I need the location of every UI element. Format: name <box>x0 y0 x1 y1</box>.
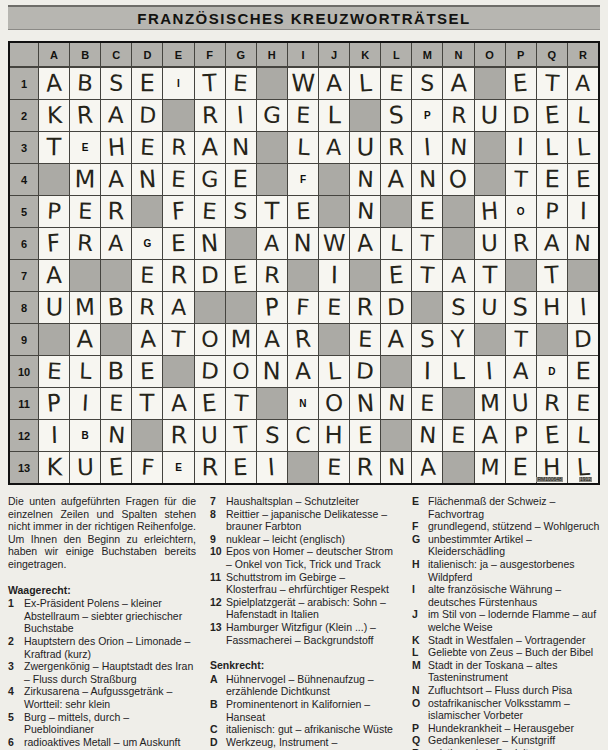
cell-R10[interactable]: E <box>568 356 598 387</box>
cell-Q11[interactable]: R <box>537 388 567 419</box>
clue-across-1: 1Ex-Präsident Polens – kleiner Abstellra… <box>8 597 196 635</box>
cell-H1-blocked <box>257 68 287 99</box>
cell-Q5[interactable]: P <box>537 196 567 227</box>
handwritten-letter-F7: D <box>200 264 218 287</box>
cell-F2[interactable]: R <box>195 100 225 131</box>
print-watermark: RM100648 1912 <box>536 477 592 482</box>
clue-down-Q: QGedankenleser – Kunstgriff <box>412 734 600 747</box>
cell-G2[interactable]: I <box>226 100 256 131</box>
cell-N10[interactable]: L <box>443 356 473 387</box>
cell-J12[interactable]: H <box>319 420 349 451</box>
cell-P10[interactable]: A <box>506 356 536 387</box>
cell-K4[interactable]: N <box>350 164 380 195</box>
row-header-10: 10 <box>10 356 38 387</box>
cell-H7[interactable]: R <box>257 260 287 291</box>
cell-F9[interactable]: O <box>195 324 225 355</box>
handwritten-letter-H10: N <box>263 359 281 383</box>
cell-L3[interactable]: R <box>381 132 411 163</box>
cell-M8-blocked <box>412 292 442 323</box>
cell-J7[interactable]: I <box>319 260 349 291</box>
cell-D8[interactable]: R <box>132 292 162 323</box>
handwritten-letter-D2: D <box>138 104 156 127</box>
column-header-Q: Q <box>537 43 567 67</box>
handwritten-letter-J3: A <box>326 136 342 159</box>
cell-C4[interactable]: A <box>101 164 131 195</box>
handwritten-letter-L1: E <box>388 72 404 95</box>
cell-L9[interactable]: A <box>381 324 411 355</box>
cell-B9[interactable]: A <box>70 324 100 355</box>
cell-E1[interactable]: I <box>163 68 193 99</box>
clue-down-C: Citalienisch: gut – afrikanische Wüste <box>210 723 398 736</box>
cell-L2[interactable]: S <box>381 100 411 131</box>
cell-H8[interactable]: P <box>257 292 287 323</box>
row-header-12: 12 <box>10 420 38 451</box>
cell-C12[interactable]: N <box>101 420 131 451</box>
cell-O13[interactable]: M <box>475 452 505 483</box>
cell-J6[interactable]: W <box>319 228 349 259</box>
clue-text: Zwergenkönig – Hauptstadt des Iran – Flu… <box>24 660 196 685</box>
cell-G10[interactable]: O <box>226 356 256 387</box>
cell-M5[interactable]: E <box>412 196 442 227</box>
handwritten-letter-I6: N <box>294 231 312 255</box>
clue-number: 12 <box>210 596 226 621</box>
cell-B2[interactable]: R <box>70 100 100 131</box>
cell-D4[interactable]: N <box>132 164 162 195</box>
cell-K8[interactable]: R <box>350 292 380 323</box>
handwritten-letter-G12: T <box>233 423 249 448</box>
cell-G3[interactable]: N <box>226 132 256 163</box>
cell-P4[interactable]: T <box>506 164 536 195</box>
cell-B4[interactable]: M <box>70 164 100 195</box>
handwritten-letter-R3: L <box>576 135 590 160</box>
corner-header-cell <box>10 43 38 67</box>
cell-E9[interactable]: T <box>163 324 193 355</box>
handwritten-letter-H13: I <box>268 455 276 479</box>
cell-A12[interactable]: I <box>39 420 69 451</box>
cell-D6[interactable]: G <box>132 228 162 259</box>
handwritten-letter-C12: N <box>107 424 125 447</box>
cell-C1[interactable]: S <box>101 68 131 99</box>
handwritten-letter-C11: E <box>109 392 124 415</box>
handwritten-letter-O13: M <box>480 456 500 479</box>
cell-F6[interactable]: N <box>195 228 225 259</box>
cell-L7[interactable]: E <box>381 260 411 291</box>
cell-L11[interactable]: N <box>381 388 411 419</box>
down-heading: Senkrecht: <box>210 659 398 672</box>
cell-R11[interactable]: E <box>568 388 598 419</box>
handwritten-letter-G11: T <box>233 392 248 415</box>
cell-O1-blocked <box>475 68 505 99</box>
cell-C5[interactable]: R <box>101 196 131 227</box>
handwritten-letter-G5: S <box>233 200 248 223</box>
cell-J8[interactable]: E <box>319 292 349 323</box>
handwritten-letter-F10: D <box>200 360 219 383</box>
clue-across-5: 5Burg – mittels, durch – Puebloindianer <box>8 711 196 736</box>
clue-number: Q <box>412 734 428 747</box>
cell-F11[interactable]: E <box>195 388 225 419</box>
cell-Q6[interactable]: A <box>537 228 567 259</box>
clue-across-9: 9nuklear – leicht (englisch) <box>210 533 398 546</box>
cell-F3[interactable]: A <box>195 132 225 163</box>
clue-across-6: 6radioaktives Metall – um Auskunft bitte… <box>8 736 196 750</box>
handwritten-letter-H5: T <box>264 199 279 223</box>
cell-F13[interactable]: R <box>195 452 225 483</box>
cell-K12[interactable]: E <box>350 420 380 451</box>
cell-J2[interactable]: L <box>319 100 349 131</box>
cell-F12[interactable]: U <box>195 420 225 451</box>
cell-D12-blocked <box>132 420 162 451</box>
handwritten-letter-P11: U <box>511 391 529 416</box>
cell-R4[interactable]: E <box>568 164 598 195</box>
cell-C10[interactable]: B <box>101 356 131 387</box>
cell-J10[interactable]: L <box>319 356 349 387</box>
cell-D1[interactable]: E <box>132 68 162 99</box>
handwritten-letter-P13: E <box>513 455 528 479</box>
cell-N3[interactable]: N <box>443 132 473 163</box>
clue-number: G <box>412 533 428 558</box>
cell-I9[interactable]: R <box>288 324 318 355</box>
cell-A7[interactable]: A <box>39 260 69 291</box>
cell-D7[interactable]: E <box>132 260 162 291</box>
cell-N13-blocked <box>443 452 473 483</box>
cell-L8[interactable]: D <box>381 292 411 323</box>
cell-M9[interactable]: S <box>412 324 442 355</box>
column-header-J: J <box>319 43 349 67</box>
cell-O2[interactable]: U <box>475 100 505 131</box>
across-heading: Waagerecht: <box>8 584 196 597</box>
cell-M13[interactable]: A <box>412 452 442 483</box>
cell-Q3[interactable]: L <box>537 132 567 163</box>
cell-Q4[interactable]: E <box>537 164 567 195</box>
handwritten-letter-C1: S <box>109 72 124 95</box>
cell-I6[interactable]: N <box>288 228 318 259</box>
handwritten-letter-K9: E <box>358 328 373 351</box>
cell-I12[interactable]: C <box>288 420 318 451</box>
cell-I13-blocked <box>288 452 318 483</box>
handwritten-letter-A8: U <box>45 295 63 319</box>
cell-P11[interactable]: U <box>506 388 536 419</box>
cell-Q9-blocked <box>537 324 567 355</box>
handwritten-letter-N8: S <box>451 296 467 319</box>
cell-B13[interactable]: U <box>70 452 100 483</box>
cell-A11[interactable]: P <box>39 388 69 419</box>
cell-K13[interactable]: R <box>350 452 380 483</box>
cell-J13[interactable]: E <box>319 452 349 483</box>
cell-N9[interactable]: Y <box>443 324 473 355</box>
cell-A2[interactable]: K <box>39 100 69 131</box>
handwritten-letter-B5: E <box>78 200 93 223</box>
handwritten-letter-N1: A <box>450 71 467 95</box>
cell-A3[interactable]: T <box>39 132 69 163</box>
cell-Q7[interactable]: T <box>537 260 567 291</box>
cell-B5[interactable]: E <box>70 196 100 227</box>
cell-P2[interactable]: D <box>506 100 536 131</box>
row-header-5: 5 <box>10 196 38 227</box>
cell-N8[interactable]: S <box>443 292 473 323</box>
cell-D13[interactable]: F <box>132 452 162 483</box>
cell-H11-blocked <box>257 388 287 419</box>
cell-E5[interactable]: F <box>163 196 193 227</box>
row-header-11: 11 <box>10 388 38 419</box>
clue-across-12: 12Spielplatzgerät – arabisch: Sohn – Haf… <box>210 596 398 621</box>
clue-number: L <box>412 646 428 659</box>
cell-E11[interactable]: A <box>163 388 193 419</box>
clue-text: Hauptstern des Orion – Limonade – Kraftr… <box>24 635 196 660</box>
cell-C6[interactable]: A <box>101 228 131 259</box>
handwritten-letter-L8: D <box>387 296 405 319</box>
handwritten-letter-G3: N <box>232 136 250 159</box>
cell-P9[interactable]: T <box>506 324 536 355</box>
cell-Q10[interactable]: D <box>537 356 567 387</box>
handwritten-letter-J2: L <box>327 103 341 127</box>
given-letter-B12: B <box>82 430 89 441</box>
cell-G7[interactable]: E <box>226 260 256 291</box>
cell-G5[interactable]: S <box>226 196 256 227</box>
handwritten-letter-A1: A <box>45 71 62 96</box>
clue-number: A <box>210 673 226 698</box>
cell-P12[interactable]: P <box>506 420 536 451</box>
handwritten-letter-K11: N <box>356 391 375 416</box>
cell-G11[interactable]: T <box>226 388 256 419</box>
cell-L1[interactable]: E <box>381 68 411 99</box>
cell-P13[interactable]: E <box>506 452 536 483</box>
cell-N12[interactable]: E <box>443 420 473 451</box>
cell-R8[interactable]: I <box>568 292 598 323</box>
cell-L4[interactable]: A <box>381 164 411 195</box>
cell-A8[interactable]: U <box>39 292 69 323</box>
cell-P5[interactable]: O <box>506 196 536 227</box>
clue-across-3: 3Zwergenkönig – Hauptstadt des Iran – Fl… <box>8 660 196 685</box>
watermark-code: RM100648 <box>536 477 562 482</box>
handwritten-letter-R4: E <box>575 168 590 191</box>
cell-B11[interactable]: I <box>70 388 100 419</box>
clue-down-M: MStadt in der Toskana – altes Tasteninst… <box>412 659 600 684</box>
cell-R2[interactable]: L <box>568 100 598 131</box>
clue-number: 6 <box>8 736 24 750</box>
handwritten-letter-P3: I <box>517 135 524 159</box>
cell-J1[interactable]: A <box>319 68 349 99</box>
cell-R6[interactable]: N <box>568 228 598 259</box>
handwritten-letter-A2: K <box>46 104 62 127</box>
handwritten-letter-M12: N <box>418 424 436 447</box>
cell-P1[interactable]: E <box>506 68 536 99</box>
cell-C9-blocked <box>101 324 131 355</box>
cell-C3[interactable]: H <box>101 132 131 163</box>
handwritten-letter-O2: U <box>481 103 499 127</box>
cell-C13[interactable]: E <box>101 452 131 483</box>
cell-H9[interactable]: A <box>257 324 287 355</box>
column-header-L: L <box>381 43 411 67</box>
handwritten-letter-O7: T <box>482 263 497 287</box>
cell-K1[interactable]: L <box>350 68 380 99</box>
cell-H10[interactable]: N <box>257 356 287 387</box>
handwritten-letter-E7: R <box>170 263 187 287</box>
cell-M12[interactable]: N <box>412 420 442 451</box>
cell-C2[interactable]: A <box>101 100 131 131</box>
cell-B8[interactable]: M <box>70 292 100 323</box>
cell-O11[interactable]: M <box>475 388 505 419</box>
cell-K10[interactable]: D <box>350 356 380 387</box>
cell-G13[interactable]: E <box>226 452 256 483</box>
cell-O8[interactable]: U <box>475 292 505 323</box>
cell-K5[interactable]: N <box>350 196 380 227</box>
cell-F5[interactable]: E <box>195 196 225 227</box>
clues-section: Die unten aufgeführten Fragen für die ei… <box>8 495 600 750</box>
across-clues-1-6: 1Ex-Präsident Polens – kleiner Abstellra… <box>8 597 196 750</box>
clue-down-J: Jim Stil von – lodernde Flamme – auf wel… <box>412 608 600 633</box>
cell-C11[interactable]: E <box>101 388 131 419</box>
handwritten-letter-K4: N <box>357 168 374 191</box>
cell-I5[interactable]: E <box>288 196 318 227</box>
cell-Q1[interactable]: T <box>537 68 567 99</box>
cell-I4[interactable]: F <box>288 164 318 195</box>
handwritten-letter-L7: E <box>388 263 404 288</box>
cell-N7[interactable]: A <box>443 260 473 291</box>
cell-F1[interactable]: T <box>195 68 225 99</box>
cell-O12[interactable]: A <box>475 420 505 451</box>
cell-O6[interactable]: U <box>475 228 505 259</box>
cell-F4[interactable]: G <box>195 164 225 195</box>
handwritten-letter-A3: T <box>47 135 62 159</box>
handwritten-letter-O8: U <box>481 296 498 319</box>
handwritten-letter-G4: E <box>233 167 248 191</box>
cell-E12[interactable]: R <box>163 420 193 451</box>
clue-across-11: 11Schuttstrom im Gebirge – Klosterfrau –… <box>210 571 398 596</box>
handwritten-letter-G1: E <box>233 72 249 95</box>
cell-O10[interactable]: I <box>475 356 505 387</box>
clue-text: Spielplatzgerät – arabisch: Sohn – Hafen… <box>226 596 398 621</box>
cell-E3[interactable]: R <box>163 132 193 163</box>
cell-B10[interactable]: L <box>70 356 100 387</box>
clue-down-I: Ialte französische Währung – deutsches F… <box>412 583 600 608</box>
cell-I10[interactable]: A <box>288 356 318 387</box>
cell-M7[interactable]: T <box>412 260 442 291</box>
handwritten-letter-L6: L <box>389 232 403 255</box>
cell-R5[interactable]: I <box>568 196 598 227</box>
cell-I2[interactable]: E <box>288 100 318 131</box>
cell-H2[interactable]: G <box>257 100 287 131</box>
handwritten-letter-D9: A <box>139 327 156 352</box>
cell-H13[interactable]: I <box>257 452 287 483</box>
cell-K11[interactable]: N <box>350 388 380 419</box>
handwritten-letter-I1: W <box>291 71 315 95</box>
cell-P3[interactable]: I <box>506 132 536 163</box>
cell-A6[interactable]: F <box>39 228 69 259</box>
cell-M2[interactable]: P <box>412 100 442 131</box>
cell-D3[interactable]: E <box>132 132 162 163</box>
puzzle-title-bar: FRANZÖSISCHES KREUZWORTRÄTSEL <box>8 5 600 30</box>
cell-B6[interactable]: R <box>70 228 100 259</box>
cell-N2[interactable]: R <box>443 100 473 131</box>
handwritten-letter-F4: G <box>201 168 219 191</box>
cell-J11[interactable]: O <box>319 388 349 419</box>
cell-L6[interactable]: L <box>381 228 411 259</box>
cell-A13[interactable]: K <box>39 452 69 483</box>
cell-J3[interactable]: A <box>319 132 349 163</box>
cell-K3[interactable]: U <box>350 132 380 163</box>
cell-I11[interactable]: N <box>288 388 318 419</box>
cell-E8[interactable]: A <box>163 292 193 323</box>
cell-R3[interactable]: L <box>568 132 598 163</box>
cell-H12[interactable]: S <box>257 420 287 451</box>
handwritten-letter-P6: R <box>512 231 530 256</box>
cell-A1[interactable]: A <box>39 68 69 99</box>
cell-E6[interactable]: E <box>163 228 193 259</box>
cell-P8[interactable]: S <box>506 292 536 323</box>
cell-R9[interactable]: D <box>568 324 598 355</box>
cell-M4[interactable]: N <box>412 164 442 195</box>
handwritten-letter-R11: E <box>576 392 591 415</box>
board-wrap: ABCDEFGHIJKLMNOPQR1ABSEITEWALESAETA2KRAD… <box>8 41 600 485</box>
cell-Q12[interactable]: E <box>537 420 567 451</box>
handwritten-letter-M4: N <box>418 168 436 191</box>
handwritten-letter-N9: Y <box>451 327 467 352</box>
cell-P6[interactable]: R <box>506 228 536 259</box>
crossword-grid: ABCDEFGHIJKLMNOPQR1ABSEITEWALESAETA2KRAD… <box>8 41 600 485</box>
cell-A10[interactable]: E <box>39 356 69 387</box>
cell-Q8[interactable]: H <box>537 292 567 323</box>
cell-D11[interactable]: T <box>132 388 162 419</box>
cell-C8[interactable]: B <box>101 292 131 323</box>
handwritten-letter-Q8: H <box>543 296 561 319</box>
cell-I8[interactable]: F <box>288 292 318 323</box>
cell-B12[interactable]: B <box>70 420 100 451</box>
cell-M3[interactable]: I <box>412 132 442 163</box>
cell-K6[interactable]: A <box>350 228 380 259</box>
cell-N1[interactable]: A <box>443 68 473 99</box>
cell-B3[interactable]: E <box>70 132 100 163</box>
cell-G9[interactable]: M <box>226 324 256 355</box>
cell-D10[interactable]: E <box>132 356 162 387</box>
cell-N5-blocked <box>443 196 473 227</box>
cell-H5[interactable]: T <box>257 196 287 227</box>
cell-G12[interactable]: T <box>226 420 256 451</box>
cell-M10[interactable]: I <box>412 356 442 387</box>
cell-D2[interactable]: D <box>132 100 162 131</box>
cell-D9[interactable]: A <box>132 324 162 355</box>
cell-M11[interactable]: E <box>412 388 442 419</box>
cell-M1[interactable]: S <box>412 68 442 99</box>
cell-I1[interactable]: W <box>288 68 318 99</box>
cell-E7[interactable]: R <box>163 260 193 291</box>
handwritten-letter-G9: M <box>230 327 251 351</box>
cell-B1[interactable]: B <box>70 68 100 99</box>
cell-K9[interactable]: E <box>350 324 380 355</box>
cell-Q2[interactable]: E <box>537 100 567 131</box>
cell-L13[interactable]: N <box>381 452 411 483</box>
handwritten-letter-L11: N <box>387 392 405 415</box>
cell-E4[interactable]: E <box>163 164 193 195</box>
cell-F7[interactable]: D <box>195 260 225 291</box>
cell-I3[interactable]: L <box>288 132 318 163</box>
cell-O7[interactable]: T <box>475 260 505 291</box>
cell-F10[interactable]: D <box>195 356 225 387</box>
cell-H6[interactable]: A <box>257 228 287 259</box>
cell-R12[interactable]: L <box>568 420 598 451</box>
cell-E2-blocked <box>163 100 193 131</box>
cell-O5[interactable]: H <box>475 196 505 227</box>
cell-R1[interactable]: A <box>568 68 598 99</box>
cell-G4[interactable]: E <box>226 164 256 195</box>
cell-G1[interactable]: E <box>226 68 256 99</box>
cell-M6[interactable]: T <box>412 228 442 259</box>
handwritten-letter-A11: P <box>46 391 62 416</box>
handwritten-letter-J10: L <box>327 359 341 384</box>
cell-E13[interactable]: E <box>163 452 193 483</box>
intro-text: Die unten aufgeführten Fragen für die ei… <box>8 495 196 571</box>
cell-N4[interactable]: O <box>443 164 473 195</box>
cell-A5[interactable]: P <box>39 196 69 227</box>
